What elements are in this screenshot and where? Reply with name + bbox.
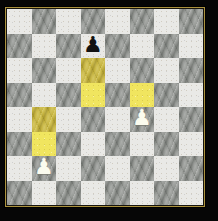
square-a3[interactable]: [7, 132, 32, 157]
square-e3[interactable]: [105, 132, 130, 157]
square-d7[interactable]: ♟: [81, 34, 106, 59]
square-b7[interactable]: [32, 34, 57, 59]
square-b4[interactable]: [32, 107, 57, 132]
square-e7[interactable]: [105, 34, 130, 59]
square-f8[interactable]: [130, 9, 155, 34]
square-e1[interactable]: [105, 181, 130, 206]
square-a7[interactable]: [7, 34, 32, 59]
square-e4[interactable]: [105, 107, 130, 132]
square-e8[interactable]: [105, 9, 130, 34]
white-pawn-f4[interactable]: ♟: [132, 107, 152, 131]
square-g1[interactable]: [154, 181, 179, 206]
square-a6[interactable]: [7, 58, 32, 83]
square-d5[interactable]: [81, 83, 106, 108]
square-g7[interactable]: [154, 34, 179, 59]
square-d1[interactable]: [81, 181, 106, 206]
square-f6[interactable]: [130, 58, 155, 83]
square-a2[interactable]: [7, 156, 32, 181]
square-b3[interactable]: [32, 132, 57, 157]
square-a8[interactable]: [7, 9, 32, 34]
square-a5[interactable]: [7, 83, 32, 108]
chess-board: ♟♟♟: [7, 9, 203, 205]
square-b8[interactable]: [32, 9, 57, 34]
square-f4[interactable]: ♟: [130, 107, 155, 132]
square-a4[interactable]: [7, 107, 32, 132]
square-h6[interactable]: [179, 58, 204, 83]
square-e5[interactable]: [105, 83, 130, 108]
square-g5[interactable]: [154, 83, 179, 108]
square-e6[interactable]: [105, 58, 130, 83]
square-c2[interactable]: [56, 156, 81, 181]
square-h5[interactable]: [179, 83, 204, 108]
board-frame: ♟♟♟: [5, 7, 205, 207]
square-c6[interactable]: [56, 58, 81, 83]
square-c7[interactable]: [56, 34, 81, 59]
square-d6[interactable]: [81, 58, 106, 83]
square-c8[interactable]: [56, 9, 81, 34]
black-pawn-d7[interactable]: ♟: [83, 34, 103, 58]
square-b1[interactable]: [32, 181, 57, 206]
square-f2[interactable]: [130, 156, 155, 181]
square-b5[interactable]: [32, 83, 57, 108]
square-c3[interactable]: [56, 132, 81, 157]
square-d2[interactable]: [81, 156, 106, 181]
square-f7[interactable]: [130, 34, 155, 59]
square-f5[interactable]: [130, 83, 155, 108]
square-d4[interactable]: [81, 107, 106, 132]
square-h4[interactable]: [179, 107, 204, 132]
white-pawn-b2[interactable]: ♟: [34, 156, 54, 180]
square-e2[interactable]: [105, 156, 130, 181]
square-h8[interactable]: [179, 9, 204, 34]
square-g8[interactable]: [154, 9, 179, 34]
square-d3[interactable]: [81, 132, 106, 157]
square-a1[interactable]: [7, 181, 32, 206]
square-h3[interactable]: [179, 132, 204, 157]
square-h2[interactable]: [179, 156, 204, 181]
square-d8[interactable]: [81, 9, 106, 34]
square-h1[interactable]: [179, 181, 204, 206]
square-g3[interactable]: [154, 132, 179, 157]
square-h7[interactable]: [179, 34, 204, 59]
square-g2[interactable]: [154, 156, 179, 181]
square-f1[interactable]: [130, 181, 155, 206]
chess-app-window: ♟♟♟: [0, 0, 218, 221]
square-b2[interactable]: ♟: [32, 156, 57, 181]
square-c1[interactable]: [56, 181, 81, 206]
square-b6[interactable]: [32, 58, 57, 83]
square-f3[interactable]: [130, 132, 155, 157]
square-g6[interactable]: [154, 58, 179, 83]
square-c4[interactable]: [56, 107, 81, 132]
square-g4[interactable]: [154, 107, 179, 132]
square-c5[interactable]: [56, 83, 81, 108]
